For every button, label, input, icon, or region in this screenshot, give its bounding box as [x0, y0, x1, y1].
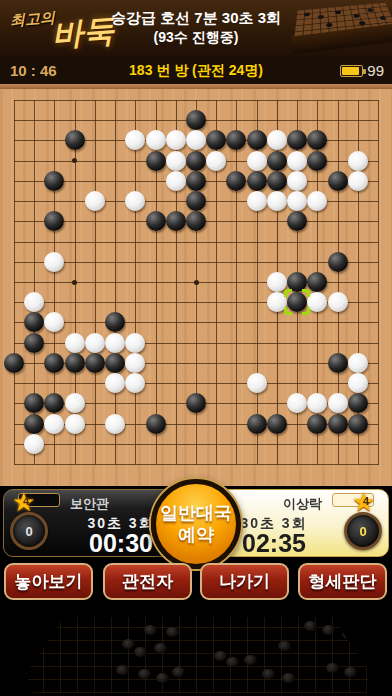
decor-stone — [156, 673, 169, 683]
stone-black — [44, 211, 64, 231]
star-point — [194, 280, 199, 285]
decor-stone — [353, 14, 360, 18]
decor-stone — [226, 657, 239, 667]
star-point — [72, 158, 77, 163]
stone-white — [105, 414, 125, 434]
decor-stone — [359, 21, 366, 26]
black-clock-icon: 0 — [10, 512, 48, 550]
stone-black — [307, 130, 327, 150]
decor-stone — [262, 669, 275, 679]
stone-white — [307, 191, 327, 211]
white-player-name: 이상락 — [283, 495, 322, 513]
stone-black — [328, 414, 348, 434]
try-move-button[interactable]: 놓아보기 — [4, 563, 93, 600]
reserve-game-button[interactable]: 일반대국 예약 — [151, 479, 241, 569]
stone-white — [287, 171, 307, 191]
stone-black — [186, 151, 206, 171]
stone-white — [348, 373, 368, 393]
stone-white — [146, 130, 166, 150]
decor-stone — [367, 8, 374, 12]
stone-black — [226, 171, 246, 191]
stone-black — [287, 211, 307, 231]
decor-stone — [134, 647, 147, 657]
stone-white — [247, 151, 267, 171]
stone-black — [226, 130, 246, 150]
stone-black — [65, 130, 85, 150]
stone-black — [267, 171, 287, 191]
grid-line — [14, 322, 379, 323]
stone-white — [85, 191, 105, 211]
stone-white — [287, 191, 307, 211]
stone-white — [267, 191, 287, 211]
stone-black — [247, 414, 267, 434]
decor-stone — [304, 621, 317, 631]
stone-black — [166, 211, 186, 231]
stone-white — [247, 373, 267, 393]
stone-black — [44, 171, 64, 191]
go-board[interactable] — [0, 89, 392, 486]
stone-black — [186, 110, 206, 130]
grid-line — [378, 100, 379, 465]
decor-stone — [166, 627, 179, 637]
header-board-image — [286, 0, 392, 56]
black-player-name: 보안관 — [70, 495, 109, 513]
decor-stone — [344, 667, 357, 677]
stone-white — [24, 434, 44, 454]
stone-white — [125, 130, 145, 150]
decor-stone — [342, 629, 355, 639]
spectators-button[interactable]: 관전자 — [103, 563, 192, 600]
stone-black — [287, 130, 307, 150]
decor-stone — [326, 663, 339, 673]
stone-black — [85, 353, 105, 373]
rank-number: 4 — [12, 495, 40, 507]
decor-stone — [214, 651, 227, 661]
battery-percent: 99 — [367, 62, 384, 79]
stone-black — [146, 414, 166, 434]
stone-white — [166, 130, 186, 150]
battery-icon — [340, 65, 363, 77]
stone-white — [307, 393, 327, 413]
stone-white — [65, 393, 85, 413]
stone-white — [125, 353, 145, 373]
white-clock-count: 0 — [359, 524, 366, 539]
game-rule-text: 승강급 호선 7분 30초 3회 — [96, 7, 296, 28]
stone-black — [328, 171, 348, 191]
stone-black — [65, 353, 85, 373]
stone-black — [307, 151, 327, 171]
stone-white — [85, 333, 105, 353]
stone-white — [44, 252, 64, 272]
grid-line — [14, 383, 379, 384]
stone-white — [348, 151, 368, 171]
grid-line — [236, 100, 237, 465]
move-count-text: (93수 진행중) — [96, 28, 296, 47]
stone-black — [186, 171, 206, 191]
decor-stone — [138, 669, 151, 679]
stone-white — [348, 353, 368, 373]
stone-black — [206, 130, 226, 150]
stone-black — [146, 211, 166, 231]
stone-black — [186, 393, 206, 413]
action-button-row: 놓아보기 관전자 나가기 형세판단 — [0, 563, 392, 601]
grid-line — [14, 464, 379, 465]
stone-black — [24, 414, 44, 434]
stone-black — [146, 151, 166, 171]
stone-white — [186, 130, 206, 150]
stone-black — [247, 130, 267, 150]
stone-black — [105, 312, 125, 332]
footer-board-art — [0, 601, 392, 696]
black-clock-count: 0 — [25, 524, 32, 539]
stone-white — [105, 333, 125, 353]
stone-black — [307, 272, 327, 292]
stone-black — [4, 353, 24, 373]
decor-stone — [379, 16, 386, 20]
stone-black — [24, 312, 44, 332]
stone-white — [125, 191, 145, 211]
game-title: 승강급 호선 7분 30초 3회 (93수 진행중) — [96, 7, 296, 47]
stone-white — [348, 171, 368, 191]
stone-black — [24, 393, 44, 413]
decor-stone — [278, 641, 291, 651]
stone-white — [307, 292, 327, 312]
grid-line — [14, 444, 379, 445]
decor-stone — [304, 12, 310, 16]
stone-black — [348, 393, 368, 413]
stone-white — [328, 393, 348, 413]
stone-black — [267, 151, 287, 171]
stone-black — [247, 171, 267, 191]
stone-white — [247, 191, 267, 211]
app-screen: 최고의 바둑 승강급 호선 7분 30초 3회 (93수 진행중) 10 : 4… — [0, 0, 392, 696]
stone-white — [125, 373, 145, 393]
stone-white — [44, 414, 64, 434]
logo-text-small: 최고의 — [9, 8, 55, 30]
stone-white — [125, 333, 145, 353]
stone-black — [105, 353, 125, 373]
white-clock-icon: 0 — [344, 512, 382, 550]
decor-stone — [322, 625, 335, 635]
stone-white — [267, 130, 287, 150]
reserve-line1: 일반대국 — [160, 502, 232, 524]
stone-white — [44, 312, 64, 332]
stone-black — [328, 353, 348, 373]
stone-black — [44, 353, 64, 373]
stone-black — [186, 211, 206, 231]
stone-white — [287, 393, 307, 413]
last-move-marker — [284, 289, 310, 315]
stone-white — [65, 414, 85, 434]
reserve-line2: 예약 — [178, 524, 214, 546]
stone-white — [166, 151, 186, 171]
decor-stone — [318, 15, 324, 19]
stone-white — [287, 151, 307, 171]
header: 최고의 바둑 승강급 호선 7분 30초 3회 (93수 진행중) — [0, 0, 392, 57]
stone-black — [44, 393, 64, 413]
decor-stone — [154, 643, 167, 653]
status-bar: 10 : 46 183 번 방 (관전 24명) 99 — [0, 57, 392, 84]
decor-stone — [172, 667, 185, 677]
room-info: 183 번 방 (관전 24명) — [0, 62, 392, 80]
decor-stone — [282, 673, 295, 683]
decor-stone — [326, 23, 333, 28]
decor-stone — [116, 665, 129, 675]
decor-stone — [370, 647, 383, 657]
stone-black — [307, 414, 327, 434]
decor-stone — [335, 10, 341, 14]
star-point — [72, 280, 77, 285]
score-estimate-button[interactable]: 형세판단 — [298, 563, 387, 600]
stone-black — [348, 414, 368, 434]
decor-stone — [144, 625, 157, 635]
stone-white — [328, 292, 348, 312]
stone-black — [328, 252, 348, 272]
stone-black — [186, 191, 206, 211]
stone-black — [267, 414, 287, 434]
rank-number: 4 — [352, 495, 380, 507]
exit-button[interactable]: 나가기 — [200, 563, 289, 600]
stone-white — [24, 292, 44, 312]
decor-stone — [244, 655, 257, 665]
stone-white — [65, 333, 85, 353]
stone-white — [206, 151, 226, 171]
stone-white — [166, 171, 186, 191]
stone-black — [24, 333, 44, 353]
stone-white — [105, 373, 125, 393]
decor-stone — [122, 639, 135, 649]
